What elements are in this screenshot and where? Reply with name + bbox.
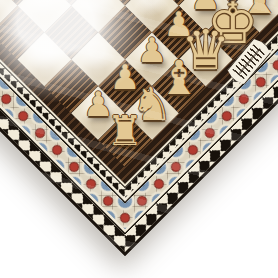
pinstripe-band-outer: ♜♟♟♜♞♟♟♞♝♟♟♝♚♟♟♚♛♟♟♛♝♟♟♝♞♟♟♞♜♟♟♜ [0, 0, 278, 235]
piece-white-rook-a1[interactable]: ♜ [107, 111, 144, 152]
star-mosaic-band: ♜♟♟♜♞♟♟♞♝♟♟♝♚♟♟♚♛♟♟♛♝♟♟♝♞♟♟♞♜♟♟♜ [0, 0, 278, 229]
board-squares-grid[interactable]: ♜♟♟♜♞♟♟♞♝♟♟♝♚♟♟♚♛♟♟♛♝♟♟♝♞♟♟♞♜♟♟♜ [0, 0, 278, 167]
chess-board-photo: ♜♟♟♜♞♟♟♞♝♟♟♝♚♟♟♚♛♟♟♛♝♟♟♝♞♟♟♞♜♟♟♜ [0, 0, 278, 278]
ebony-frame: ♜♟♟♜♞♟♟♞♝♟♟♝♚♟♟♚♛♟♟♛♝♟♟♝♞♟♟♞♜♟♟♜ [0, 0, 278, 184]
small-sawtooth-band: ♜♟♟♜♞♟♟♞♝♟♟♝♚♟♟♚♛♟♟♛♝♟♟♝♞♟♟♞♜♟♟♜ [0, 0, 278, 198]
board-outer-edge: ♜♟♟♜♞♟♟♞♝♟♟♝♚♟♟♚♛♟♟♛♝♟♟♝♞♟♟♞♜♟♟♜ [0, 0, 278, 256]
pinstripe-band-inner: ♜♟♟♜♞♟♟♞♝♟♟♝♚♟♟♚♛♟♟♛♝♟♟♝♞♟♟♞♜♟♟♜ [0, 0, 278, 188]
sawtooth-border-band: ♜♟♟♜♞♟♟♞♝♟♟♝♚♟♟♚♛♟♟♛♝♟♟♝♞♟♟♞♜♟♟♜ [0, 0, 278, 252]
pinstripe-band-mid: ♜♟♟♜♞♟♟♞♝♟♟♝♚♟♟♚♛♟♟♛♝♟♟♝♞♟♟♞♜♟♟♜ [0, 0, 278, 204]
chess-board: ♜♟♟♜♞♟♟♞♝♟♟♝♚♟♟♚♛♟♟♛♝♟♟♝♞♟♟♞♜♟♟♜ [0, 0, 278, 256]
